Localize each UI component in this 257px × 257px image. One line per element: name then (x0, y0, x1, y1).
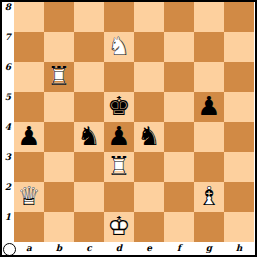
square-b2[interactable] (44, 182, 74, 212)
square-a4[interactable]: ♟ (14, 122, 44, 152)
square-e2[interactable] (134, 182, 164, 212)
piece-white-bishop-g2[interactable]: ♝♗ (194, 182, 224, 212)
black-pawn-glyph-fill: ♟ (104, 122, 134, 152)
square-b5[interactable] (44, 92, 74, 122)
square-g7[interactable] (194, 32, 224, 62)
file-label-h: h (224, 243, 254, 257)
piece-black-knight-e4[interactable]: ♞ (134, 122, 164, 152)
rank-label-3: 3 (2, 152, 14, 182)
piece-black-king-d5[interactable]: ♚ (104, 92, 134, 122)
black-king-glyph-fill: ♚ (104, 92, 134, 122)
chess-board: ♞♘♜♖♚♟♟♞♟♞♜♖♛♕♝♗♚♔ (14, 2, 254, 242)
square-h2[interactable] (224, 182, 254, 212)
piece-white-rook-d3[interactable]: ♜♖ (104, 152, 134, 182)
square-d7[interactable]: ♞♘ (104, 32, 134, 62)
square-a8[interactable] (14, 2, 44, 32)
square-b1[interactable] (44, 212, 74, 242)
square-c1[interactable] (74, 212, 104, 242)
piece-black-pawn-d4[interactable]: ♟ (104, 122, 134, 152)
square-f2[interactable] (164, 182, 194, 212)
file-label-a: a (14, 243, 44, 257)
rank-labels: 87654321 (2, 2, 14, 242)
square-h6[interactable] (224, 62, 254, 92)
piece-white-knight-d7[interactable]: ♞♘ (104, 32, 134, 62)
square-c4[interactable]: ♞ (74, 122, 104, 152)
white-knight-glyph-outline: ♘ (104, 32, 134, 62)
piece-white-queen-a2[interactable]: ♛♕ (14, 182, 44, 212)
piece-black-pawn-g5[interactable]: ♟ (194, 92, 224, 122)
square-g5[interactable]: ♟ (194, 92, 224, 122)
file-label-c: c (74, 243, 104, 257)
square-b7[interactable] (44, 32, 74, 62)
black-knight-glyph-fill: ♞ (74, 122, 104, 152)
square-b8[interactable] (44, 2, 74, 32)
rank-label-7: 7 (2, 32, 14, 62)
file-labels: abcdefgh (14, 243, 254, 257)
black-pawn-glyph-fill: ♟ (194, 92, 224, 122)
square-e1[interactable] (134, 212, 164, 242)
square-d8[interactable] (104, 2, 134, 32)
white-bishop-glyph-outline: ♗ (194, 182, 224, 212)
square-f6[interactable] (164, 62, 194, 92)
square-h7[interactable] (224, 32, 254, 62)
square-d2[interactable] (104, 182, 134, 212)
square-a3[interactable] (14, 152, 44, 182)
white-rook-glyph-outline: ♖ (44, 62, 74, 92)
square-a5[interactable] (14, 92, 44, 122)
white-rook-glyph-outline: ♖ (104, 152, 134, 182)
file-label-f: f (164, 243, 194, 257)
square-a2[interactable]: ♛♕ (14, 182, 44, 212)
square-b6[interactable]: ♜♖ (44, 62, 74, 92)
file-label-e: e (134, 243, 164, 257)
rank-label-8: 8 (2, 2, 14, 32)
square-h3[interactable] (224, 152, 254, 182)
chess-board-window: 87654321 ♞♘♜♖♚♟♟♞♟♞♜♖♛♕♝♗♚♔ abcdefgh (0, 0, 257, 257)
square-f8[interactable] (164, 2, 194, 32)
piece-black-knight-c4[interactable]: ♞ (74, 122, 104, 152)
square-b3[interactable] (44, 152, 74, 182)
square-h1[interactable] (224, 212, 254, 242)
square-c2[interactable] (74, 182, 104, 212)
file-label-b: b (44, 243, 74, 257)
square-d6[interactable] (104, 62, 134, 92)
piece-white-king-d1[interactable]: ♚♔ (104, 212, 134, 242)
black-pawn-glyph-fill: ♟ (14, 122, 44, 152)
file-label-d: d (104, 243, 134, 257)
square-e5[interactable] (134, 92, 164, 122)
side-to-move-indicator (3, 243, 16, 256)
square-d3[interactable]: ♜♖ (104, 152, 134, 182)
square-c6[interactable] (74, 62, 104, 92)
rank-label-1: 1 (2, 212, 14, 242)
square-g6[interactable] (194, 62, 224, 92)
square-d5[interactable]: ♚ (104, 92, 134, 122)
square-c5[interactable] (74, 92, 104, 122)
square-g2[interactable]: ♝♗ (194, 182, 224, 212)
square-f5[interactable] (164, 92, 194, 122)
black-knight-glyph-fill: ♞ (134, 122, 164, 152)
square-c7[interactable] (74, 32, 104, 62)
square-f4[interactable] (164, 122, 194, 152)
piece-white-rook-b6[interactable]: ♜♖ (44, 62, 74, 92)
rank-label-2: 2 (2, 182, 14, 212)
square-e6[interactable] (134, 62, 164, 92)
square-g3[interactable] (194, 152, 224, 182)
square-a1[interactable] (14, 212, 44, 242)
square-d1[interactable]: ♚♔ (104, 212, 134, 242)
square-e4[interactable]: ♞ (134, 122, 164, 152)
white-king-glyph-outline: ♔ (104, 212, 134, 242)
square-f7[interactable] (164, 32, 194, 62)
square-f1[interactable] (164, 212, 194, 242)
square-e7[interactable] (134, 32, 164, 62)
rank-label-6: 6 (2, 62, 14, 92)
square-h5[interactable] (224, 92, 254, 122)
square-d4[interactable]: ♟ (104, 122, 134, 152)
square-h4[interactable] (224, 122, 254, 152)
square-g1[interactable] (194, 212, 224, 242)
square-f3[interactable] (164, 152, 194, 182)
square-g8[interactable] (194, 2, 224, 32)
square-b4[interactable] (44, 122, 74, 152)
square-c3[interactable] (74, 152, 104, 182)
file-label-g: g (194, 243, 224, 257)
square-e3[interactable] (134, 152, 164, 182)
piece-black-pawn-a4[interactable]: ♟ (14, 122, 44, 152)
square-g4[interactable] (194, 122, 224, 152)
square-a7[interactable] (14, 32, 44, 62)
square-c8[interactable] (74, 2, 104, 32)
rank-label-5: 5 (2, 92, 14, 122)
rank-label-4: 4 (2, 122, 14, 152)
square-a6[interactable] (14, 62, 44, 92)
white-queen-glyph-outline: ♕ (14, 182, 44, 212)
square-e8[interactable] (134, 2, 164, 32)
square-h8[interactable] (224, 2, 254, 32)
